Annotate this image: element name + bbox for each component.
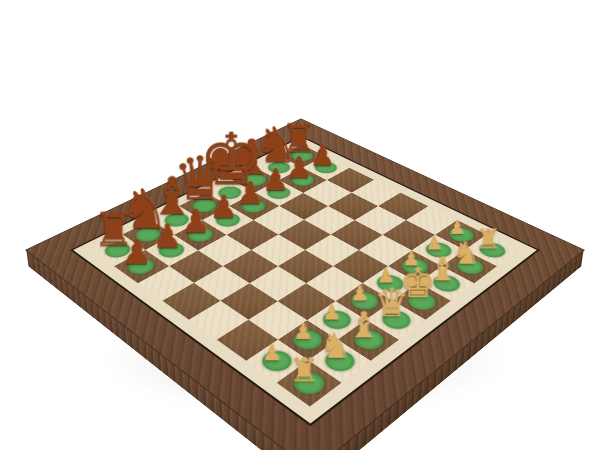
product-photo: ♜♟♟♜♞♟♟♞♝♟♟♝♚♟♟♚♛♟♟♛♝♟♟♝♞♟♟♞♜♟♟♜: [0, 0, 600, 450]
felt-pad: [376, 307, 415, 332]
piece-white-pawn: ♟: [269, 321, 338, 343]
felt-pad: [421, 240, 456, 261]
felt-pad: [474, 240, 509, 261]
felt-pad: [288, 326, 328, 353]
felt-pad: [211, 211, 245, 230]
felt-pad: [131, 225, 165, 245]
felt-pad: [317, 307, 356, 332]
square-a8: ♜: [91, 235, 144, 266]
felt-pad: [372, 272, 409, 295]
felt-pad: [183, 225, 217, 245]
felt-pad: [160, 211, 194, 230]
square-g1: ♞: [442, 250, 497, 283]
piece-black-knight: ♞: [114, 182, 173, 237]
felt-pad: [319, 347, 360, 375]
square-b5: [194, 266, 250, 301]
felt-pad: [240, 172, 271, 188]
felt-pad: [288, 368, 330, 398]
piece-black-king: ♚: [199, 123, 254, 194]
felt-pad: [257, 347, 298, 375]
felt-pad: [444, 225, 478, 245]
felt-pad: [101, 240, 136, 261]
